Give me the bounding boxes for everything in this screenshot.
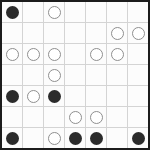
cell-r4c6[interactable] [128, 86, 148, 106]
cell-r5c1[interactable] [23, 107, 43, 127]
white-pearl-icon [27, 48, 40, 61]
cell-r1c2[interactable] [44, 23, 64, 43]
cell-r1c1[interactable] [23, 23, 43, 43]
cell-r5c0[interactable] [2, 107, 22, 127]
black-pearl-icon [132, 132, 145, 145]
black-pearl-icon [69, 132, 82, 145]
black-pearl-icon [90, 132, 103, 145]
cell-r5c5[interactable] [107, 107, 127, 127]
cell-r3c1[interactable] [23, 65, 43, 85]
cell-r2c4[interactable] [86, 44, 106, 64]
cell-r1c6[interactable] [128, 23, 148, 43]
cell-r6c2[interactable] [44, 128, 64, 148]
cell-r4c4[interactable] [86, 86, 106, 106]
cell-r6c6[interactable] [128, 128, 148, 148]
cell-r5c3[interactable] [65, 107, 85, 127]
cell-r2c6[interactable] [128, 44, 148, 64]
white-pearl-icon [48, 132, 61, 145]
cell-r4c2[interactable] [44, 86, 64, 106]
cell-r0c5[interactable] [107, 2, 127, 22]
cell-r1c0[interactable] [2, 23, 22, 43]
cell-r1c4[interactable] [86, 23, 106, 43]
black-pearl-icon [48, 90, 61, 103]
white-pearl-icon [48, 6, 61, 19]
white-pearl-icon [90, 48, 103, 61]
cell-r6c5[interactable] [107, 128, 127, 148]
cell-r2c1[interactable] [23, 44, 43, 64]
white-pearl-icon [27, 90, 40, 103]
cell-r5c2[interactable] [44, 107, 64, 127]
cell-r0c4[interactable] [86, 2, 106, 22]
cell-r5c4[interactable] [86, 107, 106, 127]
cell-r4c1[interactable] [23, 86, 43, 106]
cell-r1c3[interactable] [65, 23, 85, 43]
white-pearl-icon [6, 48, 19, 61]
white-pearl-icon [111, 27, 124, 40]
cell-r3c6[interactable] [128, 65, 148, 85]
cell-r4c0[interactable] [2, 86, 22, 106]
cell-r0c3[interactable] [65, 2, 85, 22]
cell-r0c0[interactable] [2, 2, 22, 22]
cell-r6c1[interactable] [23, 128, 43, 148]
black-pearl-icon [6, 132, 19, 145]
cell-r5c6[interactable] [128, 107, 148, 127]
cell-r6c3[interactable] [65, 128, 85, 148]
white-pearl-icon [48, 69, 61, 82]
cell-r2c2[interactable] [44, 44, 64, 64]
cell-r3c4[interactable] [86, 65, 106, 85]
cell-r4c5[interactable] [107, 86, 127, 106]
white-pearl-icon [48, 48, 61, 61]
cell-r2c5[interactable] [107, 44, 127, 64]
cell-r3c5[interactable] [107, 65, 127, 85]
cell-r6c4[interactable] [86, 128, 106, 148]
white-pearl-icon [132, 27, 145, 40]
cell-r0c1[interactable] [23, 2, 43, 22]
white-pearl-icon [111, 48, 124, 61]
white-pearl-icon [69, 111, 82, 124]
cell-r0c6[interactable] [128, 2, 148, 22]
black-pearl-icon [6, 90, 19, 103]
white-pearl-icon [90, 111, 103, 124]
cell-r4c3[interactable] [65, 86, 85, 106]
cell-r2c0[interactable] [2, 44, 22, 64]
masyu-board [0, 0, 150, 150]
cell-r1c5[interactable] [107, 23, 127, 43]
cell-r3c0[interactable] [2, 65, 22, 85]
cell-r3c2[interactable] [44, 65, 64, 85]
cell-r2c3[interactable] [65, 44, 85, 64]
cell-r6c0[interactable] [2, 128, 22, 148]
cell-r3c3[interactable] [65, 65, 85, 85]
cell-r0c2[interactable] [44, 2, 64, 22]
black-pearl-icon [6, 6, 19, 19]
